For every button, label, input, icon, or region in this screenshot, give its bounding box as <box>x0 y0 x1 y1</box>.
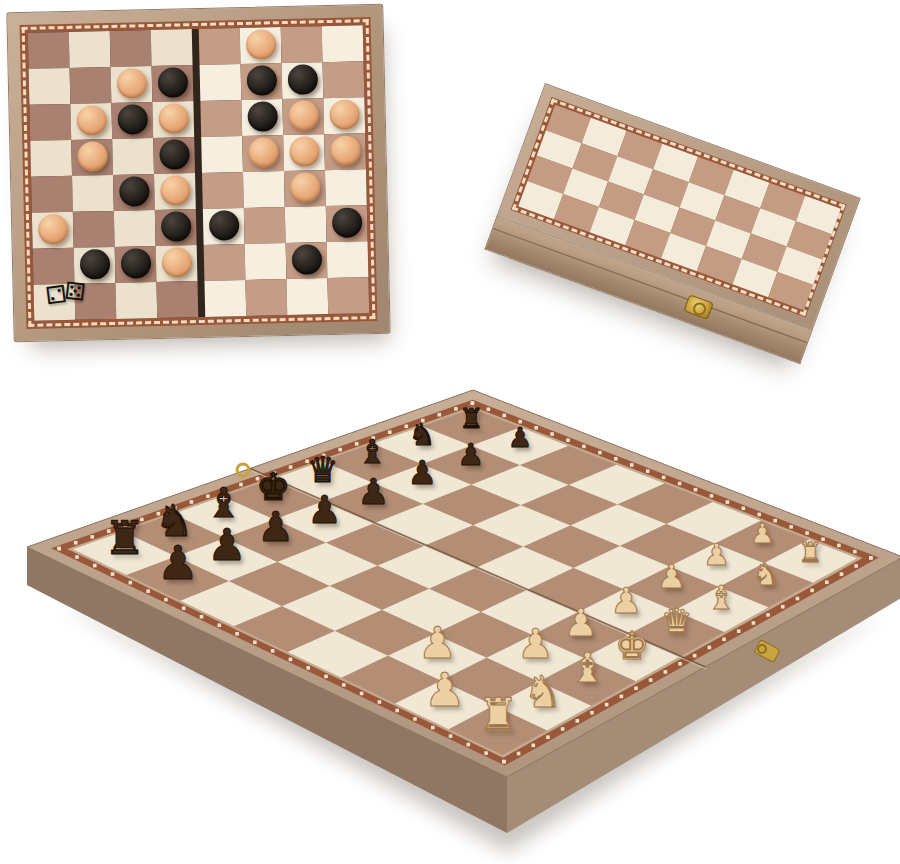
product-photo: ⚁⚄ ♜♟♟♜♞♟♟♞♝♟♟♝♛♟♟♛♚♟♟♚♝♟♟♝♞♟♟♞♜♟♟♜ <box>0 0 900 864</box>
open-chess-board <box>0 0 900 864</box>
